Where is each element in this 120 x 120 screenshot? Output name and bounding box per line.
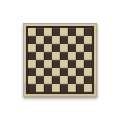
square-h4[interactable]: [84, 60, 92, 68]
square-f7[interactable]: [68, 36, 76, 44]
square-e4[interactable]: [60, 60, 68, 68]
square-d4[interactable]: [52, 60, 60, 68]
square-e2[interactable]: [60, 76, 68, 84]
square-d8[interactable]: [52, 28, 60, 36]
square-b6[interactable]: [36, 44, 44, 52]
square-g5[interactable]: [76, 52, 84, 60]
square-f3[interactable]: [68, 68, 76, 76]
square-d5[interactable]: [52, 52, 60, 60]
square-b4[interactable]: [36, 60, 44, 68]
square-f2[interactable]: [68, 76, 76, 84]
square-c7[interactable]: [44, 36, 52, 44]
photo-background: [0, 0, 120, 120]
square-a4[interactable]: [28, 60, 36, 68]
square-f8[interactable]: [68, 28, 76, 36]
square-f6[interactable]: [68, 44, 76, 52]
square-h5[interactable]: [84, 52, 92, 60]
square-c2[interactable]: [44, 76, 52, 84]
square-a5[interactable]: [28, 52, 36, 60]
square-h2[interactable]: [84, 76, 92, 84]
square-a1[interactable]: [28, 84, 36, 92]
square-g3[interactable]: [76, 68, 84, 76]
square-b2[interactable]: [36, 76, 44, 84]
square-e8[interactable]: [60, 28, 68, 36]
chessboard-frame: [26, 26, 94, 94]
square-h6[interactable]: [84, 44, 92, 52]
square-g6[interactable]: [76, 44, 84, 52]
square-f4[interactable]: [68, 60, 76, 68]
square-g7[interactable]: [76, 36, 84, 44]
square-b3[interactable]: [36, 68, 44, 76]
square-d6[interactable]: [52, 44, 60, 52]
square-c8[interactable]: [44, 28, 52, 36]
square-c6[interactable]: [44, 44, 52, 52]
square-d2[interactable]: [52, 76, 60, 84]
square-b8[interactable]: [36, 28, 44, 36]
square-b1[interactable]: [36, 84, 44, 92]
square-a3[interactable]: [28, 68, 36, 76]
square-b5[interactable]: [36, 52, 44, 60]
square-c4[interactable]: [44, 60, 52, 68]
square-h7[interactable]: [84, 36, 92, 44]
square-a2[interactable]: [28, 76, 36, 84]
square-c5[interactable]: [44, 52, 52, 60]
square-e3[interactable]: [60, 68, 68, 76]
square-g1[interactable]: [76, 84, 84, 92]
square-h8[interactable]: [84, 28, 92, 36]
square-g8[interactable]: [76, 28, 84, 36]
chessboard-grid: [28, 28, 92, 92]
square-e6[interactable]: [60, 44, 68, 52]
square-c1[interactable]: [44, 84, 52, 92]
square-h1[interactable]: [84, 84, 92, 92]
square-e5[interactable]: [60, 52, 68, 60]
square-d3[interactable]: [52, 68, 60, 76]
square-f5[interactable]: [68, 52, 76, 60]
square-d7[interactable]: [52, 36, 60, 44]
square-c3[interactable]: [44, 68, 52, 76]
square-a7[interactable]: [28, 36, 36, 44]
square-d1[interactable]: [52, 84, 60, 92]
chessboard: [23, 23, 97, 97]
square-g2[interactable]: [76, 76, 84, 84]
square-a6[interactable]: [28, 44, 36, 52]
square-g4[interactable]: [76, 60, 84, 68]
square-f1[interactable]: [68, 84, 76, 92]
square-e7[interactable]: [60, 36, 68, 44]
square-e1[interactable]: [60, 84, 68, 92]
square-h3[interactable]: [84, 68, 92, 76]
square-b7[interactable]: [36, 36, 44, 44]
square-a8[interactable]: [28, 28, 36, 36]
